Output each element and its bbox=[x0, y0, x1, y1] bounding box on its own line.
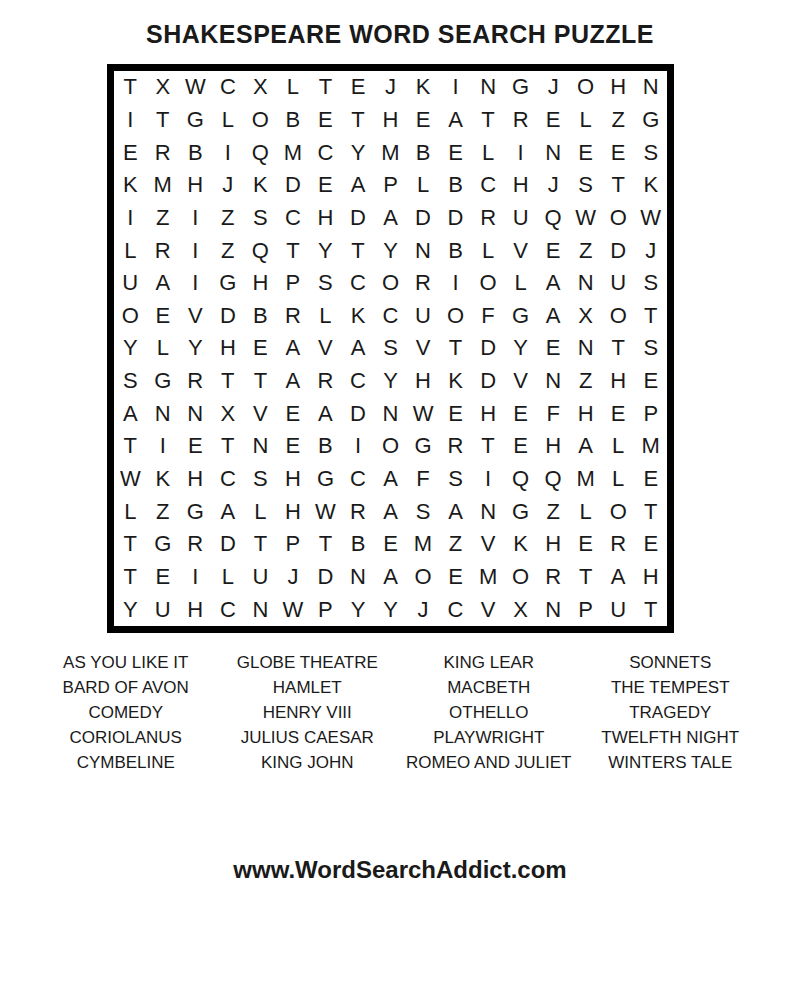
grid-cell: N bbox=[407, 234, 440, 267]
grid-cell: K bbox=[114, 169, 147, 202]
grid-cell: X bbox=[212, 397, 245, 430]
grid-cell: J bbox=[537, 169, 570, 202]
grid-cell: G bbox=[309, 463, 342, 496]
grid-cell: J bbox=[212, 169, 245, 202]
grid-cell: O bbox=[374, 430, 407, 463]
grid-cell: D bbox=[342, 397, 375, 430]
grid-cell: Z bbox=[569, 365, 602, 398]
grid-cell: S bbox=[634, 332, 667, 365]
word-list-item: MACBETH bbox=[398, 675, 580, 700]
grid-cell: H bbox=[277, 495, 310, 528]
grid-cell: C bbox=[212, 71, 245, 104]
grid-cell: V bbox=[504, 234, 537, 267]
grid-cell: M bbox=[407, 528, 440, 561]
grid-cell: T bbox=[244, 528, 277, 561]
grid-cell: A bbox=[342, 332, 375, 365]
grid-cell: T bbox=[342, 104, 375, 137]
grid-cell: N bbox=[472, 495, 505, 528]
grid-cell: V bbox=[407, 332, 440, 365]
grid-cell: O bbox=[244, 104, 277, 137]
grid-cell: A bbox=[439, 495, 472, 528]
grid-cell: E bbox=[504, 430, 537, 463]
grid-cell: P bbox=[374, 169, 407, 202]
word-list-item: GLOBE THEATRE bbox=[217, 650, 399, 675]
grid-cell: N bbox=[147, 397, 180, 430]
grid-cell: T bbox=[634, 495, 667, 528]
grid-cell: T bbox=[309, 528, 342, 561]
grid-cell: C bbox=[472, 169, 505, 202]
grid-cell: E bbox=[147, 300, 180, 333]
grid-cell: L bbox=[212, 104, 245, 137]
grid-cell: T bbox=[114, 561, 147, 594]
grid-cell: R bbox=[147, 136, 180, 169]
grid-cell: B bbox=[244, 300, 277, 333]
grid-cell: P bbox=[634, 397, 667, 430]
grid-cell: Q bbox=[244, 136, 277, 169]
grid-cell: E bbox=[244, 332, 277, 365]
grid-cell: Q bbox=[537, 202, 570, 235]
grid-cell: C bbox=[309, 136, 342, 169]
grid-cell: K bbox=[439, 365, 472, 398]
grid-cell: J bbox=[537, 71, 570, 104]
word-list-item: CYMBELINE bbox=[35, 750, 217, 775]
grid-cell: S bbox=[244, 202, 277, 235]
grid-cell: Z bbox=[537, 495, 570, 528]
grid-cell: T bbox=[634, 300, 667, 333]
grid-cell: T bbox=[114, 430, 147, 463]
grid-cell: E bbox=[342, 71, 375, 104]
word-list-item: ROMEO AND JULIET bbox=[398, 750, 580, 775]
grid-cell: U bbox=[244, 561, 277, 594]
word-search-grid: TXWCXLTEJKINGJOHNITGLOBETHEATRELZGERBIQM… bbox=[107, 64, 674, 633]
grid-cell: G bbox=[147, 365, 180, 398]
grid-cell: D bbox=[472, 332, 505, 365]
grid-cell: G bbox=[407, 430, 440, 463]
grid-cell: Q bbox=[244, 234, 277, 267]
grid-cell: Q bbox=[504, 463, 537, 496]
word-list-item: COMEDY bbox=[35, 700, 217, 725]
grid-cell: M bbox=[634, 430, 667, 463]
grid-cell: C bbox=[342, 463, 375, 496]
grid-cell: A bbox=[374, 495, 407, 528]
grid-cell: A bbox=[602, 561, 635, 594]
grid-cell: T bbox=[602, 169, 635, 202]
grid-cell: B bbox=[407, 136, 440, 169]
grid-cell: E bbox=[504, 397, 537, 430]
word-list-item: SONNETS bbox=[580, 650, 762, 675]
grid-cell: J bbox=[374, 71, 407, 104]
grid-cell: W bbox=[569, 202, 602, 235]
grid-cell: G bbox=[504, 300, 537, 333]
grid-cell: S bbox=[309, 267, 342, 300]
website-url: www.WordSearchAddict.com bbox=[0, 856, 800, 884]
grid-cell: T bbox=[342, 234, 375, 267]
grid-cell: L bbox=[602, 463, 635, 496]
grid-cell: C bbox=[342, 365, 375, 398]
grid-cell: D bbox=[407, 202, 440, 235]
grid-cell: N bbox=[537, 136, 570, 169]
grid-cell: C bbox=[212, 463, 245, 496]
grid-cell: G bbox=[212, 267, 245, 300]
grid-cell: V bbox=[179, 300, 212, 333]
grid-cell: L bbox=[407, 169, 440, 202]
grid-cell: T bbox=[114, 528, 147, 561]
grid-cell: E bbox=[114, 136, 147, 169]
grid-cell: E bbox=[309, 169, 342, 202]
grid-cell: G bbox=[179, 495, 212, 528]
grid-cell: C bbox=[212, 593, 245, 626]
grid-cell: F bbox=[407, 463, 440, 496]
grid-cell: T bbox=[244, 365, 277, 398]
grid-cell: J bbox=[634, 234, 667, 267]
grid-cell: X bbox=[147, 71, 180, 104]
grid-cell: P bbox=[309, 593, 342, 626]
grid-cell: I bbox=[212, 136, 245, 169]
grid-cell: L bbox=[569, 495, 602, 528]
grid-cell: G bbox=[179, 104, 212, 137]
word-list-item: KING JOHN bbox=[217, 750, 399, 775]
grid-cell: R bbox=[602, 528, 635, 561]
grid-cell: T bbox=[212, 430, 245, 463]
grid-cell: V bbox=[504, 365, 537, 398]
grid-cell: W bbox=[407, 397, 440, 430]
grid-cell: R bbox=[504, 104, 537, 137]
grid-cell: H bbox=[634, 561, 667, 594]
grid-cell: N bbox=[244, 593, 277, 626]
grid-cell: H bbox=[374, 104, 407, 137]
grid-cell: T bbox=[472, 104, 505, 137]
grid-cell: R bbox=[309, 365, 342, 398]
grid-cell: D bbox=[602, 234, 635, 267]
grid-cell: Z bbox=[569, 234, 602, 267]
grid-cell: Y bbox=[374, 365, 407, 398]
grid-cell: E bbox=[634, 463, 667, 496]
grid-cell: I bbox=[439, 267, 472, 300]
grid-cell: T bbox=[212, 365, 245, 398]
puzzle-title: SHAKESPEARE WORD SEARCH PUZZLE bbox=[0, 0, 800, 49]
grid-cell: N bbox=[569, 332, 602, 365]
grid-cell: E bbox=[439, 397, 472, 430]
grid-cell: H bbox=[602, 71, 635, 104]
grid-cell: I bbox=[114, 104, 147, 137]
grid-cell: S bbox=[439, 463, 472, 496]
grid-cell: P bbox=[277, 528, 310, 561]
grid-cell: L bbox=[309, 300, 342, 333]
grid-cell: R bbox=[537, 561, 570, 594]
grid-cell: N bbox=[244, 430, 277, 463]
grid-cell: R bbox=[147, 234, 180, 267]
grid-cell: A bbox=[277, 365, 310, 398]
grid-cell: N bbox=[537, 593, 570, 626]
grid-cell: Z bbox=[439, 528, 472, 561]
grid-cell: E bbox=[179, 430, 212, 463]
grid-cell: H bbox=[569, 397, 602, 430]
grid-cell: O bbox=[114, 300, 147, 333]
grid-cell: Y bbox=[179, 332, 212, 365]
grid-cell: U bbox=[602, 593, 635, 626]
grid-cell: E bbox=[277, 430, 310, 463]
grid-cell: I bbox=[342, 430, 375, 463]
grid-cell: L bbox=[114, 495, 147, 528]
grid-cell: F bbox=[472, 300, 505, 333]
grid-cell: Y bbox=[342, 593, 375, 626]
grid-cell: T bbox=[114, 71, 147, 104]
grid-cell: N bbox=[179, 397, 212, 430]
word-list-item: OTHELLO bbox=[398, 700, 580, 725]
grid-cell: D bbox=[439, 202, 472, 235]
grid-cell: T bbox=[634, 593, 667, 626]
grid-cell: B bbox=[277, 104, 310, 137]
grid-cell: T bbox=[277, 234, 310, 267]
grid-cell: H bbox=[602, 365, 635, 398]
grid-cell: P bbox=[277, 267, 310, 300]
grid-cell: H bbox=[407, 365, 440, 398]
grid-cell: A bbox=[114, 397, 147, 430]
grid-cell: L bbox=[147, 332, 180, 365]
grid-cell: L bbox=[277, 71, 310, 104]
grid-cell: I bbox=[504, 136, 537, 169]
grid-cell: I bbox=[472, 463, 505, 496]
grid-cell: H bbox=[309, 202, 342, 235]
grid-cell: Y bbox=[374, 234, 407, 267]
grid-cell: Q bbox=[537, 463, 570, 496]
word-list-item: WINTERS TALE bbox=[580, 750, 762, 775]
grid-cell: R bbox=[407, 267, 440, 300]
grid-cell: K bbox=[407, 71, 440, 104]
grid-cell: O bbox=[439, 300, 472, 333]
grid-cell: H bbox=[179, 169, 212, 202]
grid-cell: C bbox=[342, 267, 375, 300]
grid-cell: H bbox=[179, 463, 212, 496]
grid-cell: E bbox=[537, 234, 570, 267]
grid-cell: L bbox=[504, 267, 537, 300]
grid-cell: T bbox=[569, 561, 602, 594]
puzzle-page: SHAKESPEARE WORD SEARCH PUZZLE TXWCXLTEJ… bbox=[0, 0, 800, 1000]
grid-cell: J bbox=[407, 593, 440, 626]
grid-cell: C bbox=[277, 202, 310, 235]
grid-cell: A bbox=[374, 202, 407, 235]
grid-cell: Z bbox=[602, 104, 635, 137]
word-list-item: BARD OF AVON bbox=[35, 675, 217, 700]
grid-cell: K bbox=[244, 169, 277, 202]
grid-cell: A bbox=[374, 561, 407, 594]
grid-cell: U bbox=[147, 593, 180, 626]
grid-cell: I bbox=[439, 71, 472, 104]
grid-cell: O bbox=[374, 267, 407, 300]
grid-cell: O bbox=[602, 495, 635, 528]
grid-cell: Z bbox=[147, 495, 180, 528]
grid-cell: E bbox=[569, 528, 602, 561]
grid-cell: N bbox=[537, 365, 570, 398]
grid-cell: L bbox=[244, 495, 277, 528]
grid-cell: L bbox=[472, 136, 505, 169]
grid-cell: H bbox=[537, 528, 570, 561]
grid-cell: O bbox=[569, 71, 602, 104]
grid-cell: K bbox=[342, 300, 375, 333]
grid-cell: E bbox=[439, 561, 472, 594]
grid-cell: I bbox=[179, 267, 212, 300]
grid-cell: B bbox=[439, 234, 472, 267]
word-list-item: HENRY VIII bbox=[217, 700, 399, 725]
grid-cell: W bbox=[277, 593, 310, 626]
word-list-item: HAMLET bbox=[217, 675, 399, 700]
grid-cell: V bbox=[472, 593, 505, 626]
grid-cell: B bbox=[342, 528, 375, 561]
grid-cell: L bbox=[212, 561, 245, 594]
grid-cell: Z bbox=[212, 202, 245, 235]
grid-cell: R bbox=[179, 528, 212, 561]
grid-cell: E bbox=[634, 528, 667, 561]
grid-cell: H bbox=[244, 267, 277, 300]
grid-cell: X bbox=[504, 593, 537, 626]
grid-cell: E bbox=[634, 365, 667, 398]
grid-cell: A bbox=[277, 332, 310, 365]
grid-cell: I bbox=[179, 202, 212, 235]
grid-cell: L bbox=[602, 430, 635, 463]
grid-cell: M bbox=[277, 136, 310, 169]
grid-cell: L bbox=[472, 234, 505, 267]
grid-cell: I bbox=[147, 430, 180, 463]
word-list-item: KING LEAR bbox=[398, 650, 580, 675]
grid-cell: S bbox=[374, 332, 407, 365]
grid-cell: S bbox=[407, 495, 440, 528]
grid-cell: A bbox=[569, 430, 602, 463]
grid-cell: O bbox=[504, 561, 537, 594]
grid-cell: E bbox=[537, 332, 570, 365]
grid-cell: G bbox=[634, 104, 667, 137]
word-list-item: AS YOU LIKE IT bbox=[35, 650, 217, 675]
grid-cell: A bbox=[537, 267, 570, 300]
grid-cell: A bbox=[439, 104, 472, 137]
word-list-item: TRAGEDY bbox=[580, 700, 762, 725]
grid-cell: D bbox=[309, 561, 342, 594]
grid-cell: V bbox=[244, 397, 277, 430]
grid-cell: Y bbox=[114, 332, 147, 365]
grid-cell: E bbox=[439, 136, 472, 169]
grid-cell: W bbox=[179, 71, 212, 104]
grid-cell: A bbox=[537, 300, 570, 333]
grid-cell: E bbox=[537, 104, 570, 137]
grid-cell: E bbox=[569, 136, 602, 169]
grid-cell: H bbox=[537, 430, 570, 463]
word-list-item: CORIOLANUS bbox=[35, 725, 217, 750]
grid-cell: T bbox=[602, 332, 635, 365]
grid-cell: C bbox=[374, 300, 407, 333]
grid-cell: I bbox=[179, 234, 212, 267]
grid-cell: B bbox=[179, 136, 212, 169]
grid-cell: E bbox=[147, 561, 180, 594]
grid-cell: T bbox=[472, 430, 505, 463]
grid-cell: G bbox=[147, 528, 180, 561]
grid-cell: I bbox=[114, 202, 147, 235]
grid-cell: X bbox=[244, 71, 277, 104]
grid-cell: E bbox=[602, 136, 635, 169]
word-list-item: JULIUS CAESAR bbox=[217, 725, 399, 750]
grid-cell: O bbox=[602, 202, 635, 235]
grid-cell: E bbox=[374, 528, 407, 561]
grid-cell: M bbox=[147, 169, 180, 202]
grid-cell: W bbox=[309, 495, 342, 528]
grid-cell: R bbox=[277, 300, 310, 333]
grid-cell: V bbox=[309, 332, 342, 365]
grid-cell: N bbox=[374, 397, 407, 430]
grid-cell: H bbox=[472, 397, 505, 430]
grid-cell: N bbox=[569, 267, 602, 300]
grid-cell: S bbox=[244, 463, 277, 496]
grid-cell: E bbox=[407, 104, 440, 137]
grid-cell: C bbox=[439, 593, 472, 626]
word-list-item: TWELFTH NIGHT bbox=[580, 725, 762, 750]
grid-cell: Y bbox=[504, 332, 537, 365]
grid-cell: A bbox=[374, 463, 407, 496]
grid-cell: Z bbox=[212, 234, 245, 267]
grid-cell: D bbox=[212, 300, 245, 333]
grid-cell: Y bbox=[309, 234, 342, 267]
grid-cell: V bbox=[472, 528, 505, 561]
grid-cell: Y bbox=[374, 593, 407, 626]
grid-cell: A bbox=[212, 495, 245, 528]
grid-cell: M bbox=[569, 463, 602, 496]
grid-cell: L bbox=[114, 234, 147, 267]
grid-cell: Z bbox=[147, 202, 180, 235]
grid-cell: H bbox=[179, 593, 212, 626]
grid-cell: E bbox=[309, 104, 342, 137]
grid-cell: U bbox=[504, 202, 537, 235]
grid-cell: S bbox=[634, 267, 667, 300]
grid-cell: H bbox=[212, 332, 245, 365]
grid-cell: R bbox=[342, 495, 375, 528]
grid-cell: U bbox=[114, 267, 147, 300]
grid-cell: G bbox=[504, 71, 537, 104]
grid-cell: R bbox=[472, 202, 505, 235]
grid-cell: R bbox=[179, 365, 212, 398]
grid-cell: I bbox=[179, 561, 212, 594]
grid-cell: T bbox=[439, 332, 472, 365]
grid-cell: W bbox=[634, 202, 667, 235]
grid-cell: H bbox=[277, 463, 310, 496]
grid-cell: K bbox=[147, 463, 180, 496]
grid-cell: J bbox=[277, 561, 310, 594]
grid-cell: B bbox=[309, 430, 342, 463]
grid-cell: S bbox=[569, 169, 602, 202]
grid-cell: E bbox=[602, 397, 635, 430]
grid-cell: O bbox=[602, 300, 635, 333]
grid-cell: X bbox=[569, 300, 602, 333]
grid-cell: T bbox=[309, 71, 342, 104]
word-list-item: THE TEMPEST bbox=[580, 675, 762, 700]
grid-cell: S bbox=[634, 136, 667, 169]
grid-cell: K bbox=[634, 169, 667, 202]
grid-cell: A bbox=[309, 397, 342, 430]
grid-cell: B bbox=[439, 169, 472, 202]
grid-cell: U bbox=[407, 300, 440, 333]
grid-cell: W bbox=[114, 463, 147, 496]
grid-cell: A bbox=[342, 169, 375, 202]
grid-cell: G bbox=[504, 495, 537, 528]
grid-cell: O bbox=[407, 561, 440, 594]
grid-cell: D bbox=[212, 528, 245, 561]
grid-cell: O bbox=[472, 267, 505, 300]
grid-cell: D bbox=[342, 202, 375, 235]
grid-cell: K bbox=[504, 528, 537, 561]
grid-cell: H bbox=[504, 169, 537, 202]
word-list-item: PLAYWRIGHT bbox=[398, 725, 580, 750]
grid-cell: D bbox=[472, 365, 505, 398]
grid-cell: E bbox=[277, 397, 310, 430]
grid-cell: N bbox=[472, 71, 505, 104]
grid-cell: L bbox=[569, 104, 602, 137]
grid-cell: Y bbox=[114, 593, 147, 626]
